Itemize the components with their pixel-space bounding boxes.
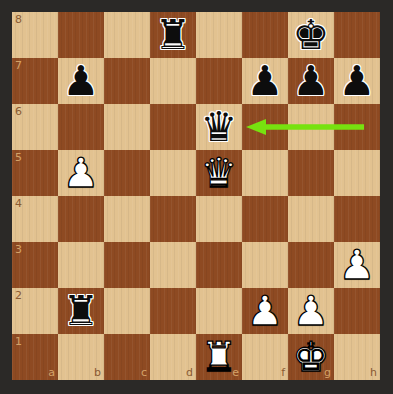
square-c7[interactable] [104, 58, 150, 104]
square-g3[interactable] [288, 242, 334, 288]
square-c2[interactable] [104, 288, 150, 334]
square-c8[interactable] [104, 12, 150, 58]
piece-black-pawn[interactable]: ♟ [288, 58, 334, 104]
square-h7[interactable]: ♟ [334, 58, 380, 104]
file-label-b: b [94, 367, 101, 378]
piece-black-pawn[interactable]: ♟ [58, 58, 104, 104]
square-c4[interactable] [104, 196, 150, 242]
file-label-f: f [281, 367, 285, 378]
piece-white-queen[interactable]: ♛ [196, 150, 242, 196]
square-f8[interactable] [242, 12, 288, 58]
square-b2[interactable]: ♜ [58, 288, 104, 334]
square-e6[interactable]: ♛ [196, 104, 242, 150]
square-b4[interactable] [58, 196, 104, 242]
file-label-c: c [141, 367, 147, 378]
square-g2[interactable]: ♟ [288, 288, 334, 334]
square-a4[interactable]: 4 [12, 196, 58, 242]
square-a6[interactable]: 6 [12, 104, 58, 150]
square-b7[interactable]: ♟ [58, 58, 104, 104]
square-a8[interactable]: 8 [12, 12, 58, 58]
square-h8[interactable] [334, 12, 380, 58]
piece-white-pawn[interactable]: ♟ [334, 242, 380, 288]
square-b3[interactable] [58, 242, 104, 288]
square-f7[interactable]: ♟ [242, 58, 288, 104]
square-b1[interactable]: b [58, 334, 104, 380]
piece-black-king[interactable]: ♚ [288, 12, 334, 58]
square-f3[interactable] [242, 242, 288, 288]
chess-board[interactable]: 8♜♚7♟♟♟♟6♛5♟♛43♟2♜♟♟1abcde♜fg♚h [12, 12, 380, 380]
square-d5[interactable] [150, 150, 196, 196]
square-e2[interactable] [196, 288, 242, 334]
square-g4[interactable] [288, 196, 334, 242]
square-h2[interactable] [334, 288, 380, 334]
square-c1[interactable]: c [104, 334, 150, 380]
square-g5[interactable] [288, 150, 334, 196]
rank-label-8: 8 [15, 14, 22, 25]
piece-black-rook[interactable]: ♜ [150, 12, 196, 58]
square-a1[interactable]: 1a [12, 334, 58, 380]
square-e3[interactable] [196, 242, 242, 288]
square-d2[interactable] [150, 288, 196, 334]
square-e5[interactable]: ♛ [196, 150, 242, 196]
piece-black-pawn[interactable]: ♟ [242, 58, 288, 104]
square-d1[interactable]: d [150, 334, 196, 380]
rank-label-1: 1 [15, 336, 22, 347]
square-b6[interactable] [58, 104, 104, 150]
square-c3[interactable] [104, 242, 150, 288]
piece-black-queen[interactable]: ♛ [196, 104, 242, 150]
square-a2[interactable]: 2 [12, 288, 58, 334]
square-g7[interactable]: ♟ [288, 58, 334, 104]
square-h3[interactable]: ♟ [334, 242, 380, 288]
square-f2[interactable]: ♟ [242, 288, 288, 334]
square-e4[interactable] [196, 196, 242, 242]
square-e1[interactable]: e♜ [196, 334, 242, 380]
file-label-h: h [370, 367, 377, 378]
rank-label-3: 3 [15, 244, 22, 255]
square-a3[interactable]: 3 [12, 242, 58, 288]
square-a5[interactable]: 5 [12, 150, 58, 196]
square-d8[interactable]: ♜ [150, 12, 196, 58]
square-h6[interactable] [334, 104, 380, 150]
piece-white-pawn[interactable]: ♟ [58, 150, 104, 196]
rank-label-7: 7 [15, 60, 22, 71]
square-d3[interactable] [150, 242, 196, 288]
square-g8[interactable]: ♚ [288, 12, 334, 58]
square-e7[interactable] [196, 58, 242, 104]
square-d4[interactable] [150, 196, 196, 242]
square-g1[interactable]: g♚ [288, 334, 334, 380]
rank-label-4: 4 [15, 198, 22, 209]
square-f6[interactable] [242, 104, 288, 150]
file-label-d: d [186, 367, 193, 378]
rank-label-5: 5 [15, 152, 22, 163]
piece-white-pawn[interactable]: ♟ [288, 288, 334, 334]
square-f5[interactable] [242, 150, 288, 196]
square-c6[interactable] [104, 104, 150, 150]
square-h5[interactable] [334, 150, 380, 196]
square-f4[interactable] [242, 196, 288, 242]
rank-label-2: 2 [15, 290, 22, 301]
square-h4[interactable] [334, 196, 380, 242]
square-c5[interactable] [104, 150, 150, 196]
square-d7[interactable] [150, 58, 196, 104]
piece-white-king[interactable]: ♚ [288, 334, 334, 380]
square-b8[interactable] [58, 12, 104, 58]
piece-black-rook[interactable]: ♜ [58, 288, 104, 334]
square-b5[interactable]: ♟ [58, 150, 104, 196]
square-g6[interactable] [288, 104, 334, 150]
square-a7[interactable]: 7 [12, 58, 58, 104]
piece-white-pawn[interactable]: ♟ [242, 288, 288, 334]
square-f1[interactable]: f [242, 334, 288, 380]
piece-white-rook[interactable]: ♜ [196, 334, 242, 380]
rank-label-6: 6 [15, 106, 22, 117]
square-e8[interactable] [196, 12, 242, 58]
square-h1[interactable]: h [334, 334, 380, 380]
board-frame: 8♜♚7♟♟♟♟6♛5♟♛43♟2♜♟♟1abcde♜fg♚h [0, 0, 393, 394]
piece-black-pawn[interactable]: ♟ [334, 58, 380, 104]
file-label-a: a [48, 367, 55, 378]
square-d6[interactable] [150, 104, 196, 150]
